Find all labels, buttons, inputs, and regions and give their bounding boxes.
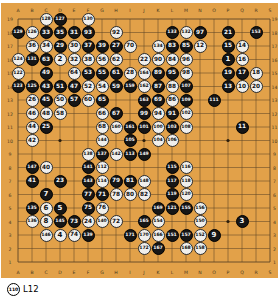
stone-black-57: 57 xyxy=(68,94,81,107)
stone-white-16: 16 xyxy=(236,53,249,66)
row-label-left: 7 xyxy=(9,179,12,184)
stone-white-64: 64 xyxy=(68,67,81,80)
row-label-right: 9 xyxy=(273,152,276,157)
stone-white-74: 74 xyxy=(68,229,81,242)
stone-black-59: 59 xyxy=(110,80,123,93)
stone-black-149: 149 xyxy=(138,148,151,161)
stone-white-62: 62 xyxy=(110,53,123,66)
row-label-right: 15 xyxy=(272,71,278,76)
stone-white-144: 144 xyxy=(96,134,109,147)
row-label-left: 3 xyxy=(9,233,12,238)
stone-white-120: 120 xyxy=(180,188,193,201)
stone-white-108: 108 xyxy=(180,121,193,134)
row-label-left: 15 xyxy=(7,71,13,76)
stone-black-49: 49 xyxy=(40,67,53,80)
stone-black-169: 169 xyxy=(152,202,165,215)
stone-white-98: 98 xyxy=(180,67,193,80)
row-label-left: 6 xyxy=(9,192,12,197)
row-label-right: 7 xyxy=(273,179,276,184)
stone-black-71: 71 xyxy=(96,188,109,201)
stone-black-27: 27 xyxy=(110,40,123,53)
stone-black-31: 31 xyxy=(68,26,81,39)
col-label-bottom: P xyxy=(227,269,230,274)
stone-white-156: 156 xyxy=(194,202,207,215)
col-label-bottom: F xyxy=(87,269,90,274)
row-label-right: 3 xyxy=(273,233,276,238)
stone-white-118: 118 xyxy=(180,175,193,188)
col-label-bottom: A xyxy=(16,269,19,274)
stone-black-109: 109 xyxy=(180,94,193,107)
stone-white-94: 94 xyxy=(152,107,165,120)
stone-black-35: 35 xyxy=(54,26,67,39)
col-label-bottom: N xyxy=(198,269,201,274)
col-label-top: J xyxy=(143,7,144,12)
col-label-top: M xyxy=(184,7,188,12)
col-label-top: K xyxy=(156,7,159,12)
stone-black-99: 99 xyxy=(138,107,151,120)
col-label-top: A xyxy=(16,7,19,12)
stone-black-167: 167 xyxy=(152,242,165,255)
row-label-left: 17 xyxy=(7,44,13,49)
stone-black-33: 33 xyxy=(40,26,53,39)
stone-white-90: 90 xyxy=(152,53,165,66)
col-label-bottom: S xyxy=(269,269,272,274)
stone-black-157: 157 xyxy=(180,229,193,242)
stone-white-104: 104 xyxy=(152,134,165,147)
stone-white-80: 80 xyxy=(124,188,137,201)
stone-black-133: 133 xyxy=(166,26,179,39)
col-label-bottom: H xyxy=(114,269,117,274)
stone-white-36: 36 xyxy=(26,40,39,53)
stone-black-13: 13 xyxy=(222,80,235,93)
stone-white-10: 10 xyxy=(236,80,249,93)
stone-black-67: 67 xyxy=(110,107,123,120)
stone-white-122: 122 xyxy=(12,67,25,80)
stone-white-106: 106 xyxy=(166,134,179,147)
stone-black-51: 51 xyxy=(54,80,67,93)
stone-black-137: 137 xyxy=(96,148,109,161)
footnote-stone-icon: 110 xyxy=(7,283,20,296)
stone-black-81: 81 xyxy=(124,175,137,188)
stone-black-171: 171 xyxy=(124,229,137,242)
stone-white-58: 58 xyxy=(54,107,67,120)
stone-black-5: 5 xyxy=(54,202,67,215)
row-label-right: 6 xyxy=(273,192,276,197)
stone-white-150: 150 xyxy=(194,215,207,228)
stone-black-139: 139 xyxy=(82,229,95,242)
col-label-top: D xyxy=(58,7,62,12)
stone-white-52: 52 xyxy=(82,80,95,93)
stone-white-78: 78 xyxy=(110,188,123,201)
stone-white-116: 116 xyxy=(180,161,193,174)
stone-black-85: 85 xyxy=(180,40,193,53)
stone-black-19: 19 xyxy=(222,67,235,80)
col-label-top: B xyxy=(30,7,33,12)
col-label-bottom: B xyxy=(30,269,33,274)
col-label-top: F xyxy=(87,7,90,12)
row-label-right: 18 xyxy=(272,30,278,35)
stone-white-170: 170 xyxy=(138,229,151,242)
stone-black-79: 79 xyxy=(110,175,123,188)
stone-black-141: 141 xyxy=(82,161,95,174)
stone-white-168: 168 xyxy=(180,242,193,255)
col-label-bottom: G xyxy=(100,269,104,274)
row-label-left: 13 xyxy=(7,98,13,103)
stone-black-41: 41 xyxy=(26,175,39,188)
col-label-top: L xyxy=(171,7,174,12)
stone-white-124: 124 xyxy=(12,53,25,66)
col-label-bottom: Q xyxy=(240,269,244,274)
stone-white-66: 66 xyxy=(96,107,109,120)
row-label-left: 10 xyxy=(7,138,13,143)
stone-white-56: 56 xyxy=(96,53,109,66)
stone-white-24: 24 xyxy=(82,215,95,228)
row-label-left: 4 xyxy=(9,219,12,224)
stone-black-119: 119 xyxy=(166,188,179,201)
stone-black-113: 113 xyxy=(124,148,137,161)
col-label-top: P xyxy=(227,7,230,12)
stone-black-123: 123 xyxy=(12,80,25,93)
col-label-top: R xyxy=(254,7,257,12)
row-label-left: 18 xyxy=(7,30,13,35)
stone-white-126: 126 xyxy=(26,26,39,39)
stone-black-95: 95 xyxy=(166,67,179,80)
row-label-right: 16 xyxy=(272,57,278,62)
stone-white-164: 164 xyxy=(138,67,151,80)
stone-black-45: 45 xyxy=(40,94,53,107)
stone-white-160: 160 xyxy=(110,121,123,134)
stone-white-26: 26 xyxy=(26,94,39,107)
row-label-left: 14 xyxy=(7,84,13,89)
col-label-top: S xyxy=(269,7,272,12)
stone-white-30: 30 xyxy=(68,40,81,53)
row-label-left: 8 xyxy=(9,165,12,170)
stone-black-161: 161 xyxy=(124,121,137,134)
stone-white-140: 140 xyxy=(96,215,109,228)
stone-white-22: 22 xyxy=(138,53,151,66)
stone-black-77: 77 xyxy=(82,188,95,201)
stone-black-83: 83 xyxy=(166,40,179,53)
row-label-left: 9 xyxy=(9,152,12,157)
stone-black-23: 23 xyxy=(54,175,67,188)
stone-white-42: 42 xyxy=(26,134,39,147)
stone-black-61: 61 xyxy=(110,67,123,80)
col-label-top: Q xyxy=(240,7,244,12)
row-label-right: 12 xyxy=(272,111,278,116)
stone-black-127: 127 xyxy=(54,13,67,26)
stone-white-146: 146 xyxy=(40,229,53,242)
stone-black-101: 101 xyxy=(138,121,151,134)
col-label-bottom: D xyxy=(58,269,62,274)
stone-black-87: 87 xyxy=(152,80,165,93)
row-label-left: 19 xyxy=(7,17,13,22)
stone-white-6: 6 xyxy=(40,202,53,215)
stone-black-129: 129 xyxy=(12,26,25,39)
stone-black-65: 65 xyxy=(96,94,109,107)
stone-white-148: 148 xyxy=(138,175,151,188)
row-label-left: 16 xyxy=(7,57,13,62)
stone-white-50: 50 xyxy=(54,94,67,107)
row-label-right: 5 xyxy=(273,206,276,211)
footnote-point-label: L12 xyxy=(23,284,39,294)
stone-black-93: 93 xyxy=(82,26,95,39)
stone-white-34: 34 xyxy=(40,40,53,53)
stone-white-18: 18 xyxy=(250,67,263,80)
stone-white-158: 158 xyxy=(194,242,207,255)
stone-black-29: 29 xyxy=(54,40,67,53)
stone-white-128: 128 xyxy=(40,13,53,26)
stone-white-40: 40 xyxy=(40,161,53,174)
stone-black-17: 17 xyxy=(236,67,249,80)
stone-black-9: 9 xyxy=(208,229,221,242)
row-label-right: 10 xyxy=(272,138,278,143)
stone-white-92: 92 xyxy=(110,26,123,39)
stone-white-28: 28 xyxy=(124,67,137,80)
stone-white-114: 114 xyxy=(96,175,109,188)
stone-white-32: 32 xyxy=(68,53,81,66)
stone-black-117: 117 xyxy=(166,175,179,188)
col-label-bottom: R xyxy=(254,269,257,274)
row-label-right: 14 xyxy=(272,84,278,89)
stone-white-100: 100 xyxy=(152,121,165,134)
stone-black-135: 135 xyxy=(26,202,39,215)
stone-white-8: 8 xyxy=(40,215,53,228)
stone-black-145: 145 xyxy=(54,215,67,228)
stone-white-46: 46 xyxy=(26,107,39,120)
stone-black-47: 47 xyxy=(68,80,81,93)
stone-black-91: 91 xyxy=(166,107,179,120)
col-label-bottom: K xyxy=(156,269,159,274)
stone-black-143: 143 xyxy=(82,175,95,188)
col-label-bottom: L xyxy=(171,269,174,274)
stone-white-38: 38 xyxy=(82,53,95,66)
stone-white-162: 162 xyxy=(138,80,151,93)
stone-black-55: 55 xyxy=(96,67,109,80)
row-label-right: 17 xyxy=(272,44,278,49)
col-label-bottom: I xyxy=(129,269,130,274)
col-label-bottom: C xyxy=(44,269,47,274)
stone-white-142: 142 xyxy=(110,148,123,161)
stone-black-163: 163 xyxy=(138,94,151,107)
stone-black-25: 25 xyxy=(40,121,53,134)
stone-white-130: 130 xyxy=(82,13,95,26)
stone-white-12: 12 xyxy=(194,40,207,53)
stone-white-54: 54 xyxy=(96,80,109,93)
row-label-right: 13 xyxy=(272,98,278,103)
stone-white-134: 134 xyxy=(152,40,165,53)
col-label-top: E xyxy=(73,7,76,12)
stone-black-53: 53 xyxy=(82,67,95,80)
row-label-right: 19 xyxy=(272,17,278,22)
stone-white-68: 68 xyxy=(96,121,109,134)
stone-white-44: 44 xyxy=(26,121,39,134)
stone-white-166: 166 xyxy=(152,229,165,242)
stone-black-7: 7 xyxy=(40,188,53,201)
row-label-right: 4 xyxy=(273,219,276,224)
stone-black-15: 15 xyxy=(222,40,235,53)
stone-black-165: 165 xyxy=(138,215,151,228)
stone-black-159: 159 xyxy=(124,80,137,93)
stone-black-107: 107 xyxy=(180,80,193,93)
stone-black-103: 103 xyxy=(166,121,179,134)
stone-black-105: 105 xyxy=(124,134,137,147)
stone-white-84: 84 xyxy=(166,53,179,66)
row-label-right: 2 xyxy=(273,246,276,251)
stone-black-3: 3 xyxy=(236,215,249,228)
stone-black-75: 75 xyxy=(82,202,95,215)
col-label-top: C xyxy=(44,7,47,12)
col-label-top: G xyxy=(100,7,104,12)
stone-white-4: 4 xyxy=(54,229,67,242)
stone-white-88: 88 xyxy=(166,80,179,93)
col-label-bottom: J xyxy=(143,269,144,274)
stone-white-136: 136 xyxy=(26,215,39,228)
stone-black-37: 37 xyxy=(82,40,95,53)
stone-white-82: 82 xyxy=(138,188,151,201)
col-label-top: N xyxy=(198,7,201,12)
stone-black-73: 73 xyxy=(68,215,81,228)
row-label-right: 8 xyxy=(273,165,276,170)
stone-black-153: 153 xyxy=(250,26,263,39)
col-label-top: O xyxy=(212,7,216,12)
stone-black-63: 63 xyxy=(40,53,53,66)
stone-white-172: 172 xyxy=(138,242,151,255)
stone-black-97: 97 xyxy=(194,26,207,39)
col-label-bottom: E xyxy=(73,269,76,274)
stone-white-132: 132 xyxy=(180,26,193,39)
stone-black-131: 131 xyxy=(26,53,39,66)
go-diagram: 1234567891011121314151617181920212223242… xyxy=(0,0,279,300)
stone-white-70: 70 xyxy=(124,40,137,53)
stone-black-69: 69 xyxy=(152,94,165,107)
stone-white-48: 48 xyxy=(40,107,53,120)
stone-white-60: 60 xyxy=(82,94,95,107)
stone-white-86: 86 xyxy=(166,94,179,107)
row-label-left: 2 xyxy=(9,246,12,251)
col-label-bottom: O xyxy=(212,269,216,274)
stone-white-76: 76 xyxy=(96,202,109,215)
stone-white-102: 102 xyxy=(180,107,193,120)
row-label-right: 1 xyxy=(273,260,276,265)
col-label-top: I xyxy=(129,7,130,12)
row-label-left: 12 xyxy=(7,111,13,116)
row-label-left: 11 xyxy=(7,125,13,130)
stone-black-1: 1 xyxy=(222,53,235,66)
stone-white-112: 112 xyxy=(96,161,109,174)
row-label-left: 1 xyxy=(9,260,12,265)
stone-black-43: 43 xyxy=(40,80,53,93)
stone-black-21: 21 xyxy=(222,26,235,39)
row-label-right: 11 xyxy=(272,125,278,130)
stone-black-155: 155 xyxy=(180,202,193,215)
stone-white-152: 152 xyxy=(194,229,207,242)
stone-white-14: 14 xyxy=(236,40,249,53)
stone-black-151: 151 xyxy=(166,229,179,242)
col-label-top: H xyxy=(114,7,117,12)
stone-black-11: 11 xyxy=(236,121,249,134)
stone-black-115: 115 xyxy=(166,161,179,174)
col-label-bottom: M xyxy=(184,269,188,274)
stone-white-154: 154 xyxy=(152,215,165,228)
stone-white-72: 72 xyxy=(110,215,123,228)
stone-black-125: 125 xyxy=(26,80,39,93)
stone-white-96: 96 xyxy=(180,53,193,66)
stone-black-147: 147 xyxy=(26,161,39,174)
stone-black-89: 89 xyxy=(152,67,165,80)
stone-white-2: 2 xyxy=(54,53,67,66)
stone-white-138: 138 xyxy=(82,148,95,161)
stone-black-121: 121 xyxy=(166,202,179,215)
stone-white-20: 20 xyxy=(250,80,263,93)
row-label-left: 5 xyxy=(9,206,12,211)
move-footnote: 110 L12 xyxy=(7,281,39,297)
stone-black-39: 39 xyxy=(96,40,109,53)
stone-black-111: 111 xyxy=(208,94,221,107)
